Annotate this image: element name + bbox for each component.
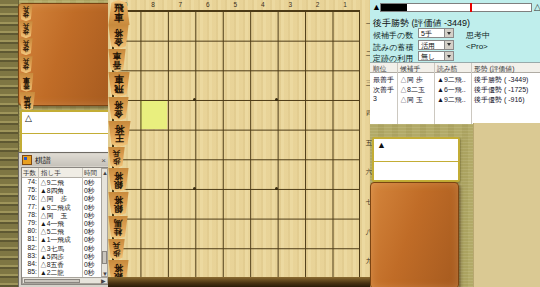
kifu-move-row[interactable]: 79:▲4一飛0秒: [22, 219, 101, 227]
kifu-column-header: 指し手: [41, 169, 61, 178]
piece-gote-歩兵[interactable]: 歩兵: [108, 239, 125, 260]
candidate-column-header: 読み筋: [437, 64, 458, 74]
star-point: [275, 98, 278, 101]
file-label: 5: [222, 1, 249, 8]
candidate-column-header: 形勢 (評価値): [474, 64, 514, 74]
chevron-down-icon[interactable]: [444, 52, 453, 60]
scroll-up-icon[interactable]: ▲: [102, 170, 107, 176]
sente-name-empty: [374, 162, 458, 183]
piece-gote-飛車[interactable]: 飛車: [108, 72, 130, 97]
kifu-move-row[interactable]: 75:▲8四角0秒: [22, 186, 101, 194]
shogi-board-grid[interactable]: [112, 10, 360, 278]
kifu-move-row[interactable]: 84:△8五香0秒: [22, 260, 101, 268]
kifu-move-row[interactable]: 83:▲5四歩0秒: [22, 252, 101, 260]
kifu-window-title: 棋譜: [35, 155, 51, 166]
candidate-row[interactable]: 次善手△8二玉▲6一飛..後手優勢 ( -1725): [370, 84, 540, 94]
piece-gote-香車[interactable]: 香車: [19, 73, 34, 92]
setting-row: 候補手の数5手思考中: [373, 28, 538, 39]
setting-dropdown[interactable]: 活用: [418, 40, 454, 50]
star-point: [193, 187, 196, 190]
piece-gote-歩兵[interactable]: 歩兵: [19, 4, 33, 21]
chevron-down-icon[interactable]: [444, 41, 453, 49]
star-point: [275, 187, 278, 190]
kifu-move-row[interactable]: 76:△同 歩0秒: [22, 194, 101, 202]
kifu-titlebar[interactable]: 棋譜 ×: [20, 154, 109, 166]
kifu-window: 棋譜 × 手数指し手時間 74:△9二飛0秒75:▲8四角0秒76:△同 歩0秒…: [18, 152, 113, 287]
kifu-list-header: 手数指し手時間: [22, 168, 108, 178]
hscroll-thumb[interactable]: [24, 279, 80, 283]
kifu-move-list[interactable]: 手数指し手時間 74:△9二飛0秒75:▲8四角0秒76:△同 歩0秒77:▲9…: [21, 167, 109, 285]
setting-dropdown[interactable]: 無し: [418, 51, 454, 61]
eval-gauge-marker: [470, 3, 472, 12]
candidate-row[interactable]: 最善手△同 歩▲9二飛..後手勝勢 ( -3449): [370, 74, 540, 84]
file-label: 6: [194, 1, 221, 8]
candidate-move: △同 玉: [400, 95, 423, 105]
piece-gote-金将[interactable]: 金将: [108, 97, 129, 121]
file-label: 3: [277, 1, 304, 8]
kifu-column-header: 時間: [84, 169, 97, 178]
piece-gote-桂馬[interactable]: 桂馬: [19, 92, 35, 111]
gote-mark-icon: △: [534, 2, 540, 12]
chevron-down-icon[interactable]: [444, 29, 453, 37]
file-label: 1: [332, 1, 359, 8]
candidate-column-header: 順位: [373, 64, 387, 74]
gote-komadai[interactable]: 歩兵歩兵歩兵歩兵香車桂馬: [18, 3, 115, 106]
piece-gote-銀将[interactable]: 銀将: [108, 192, 129, 216]
setting-status-text: <Pro>: [466, 42, 488, 51]
vscroll-thumb[interactable]: [102, 251, 107, 264]
piece-gote-歩兵[interactable]: 歩兵: [108, 147, 125, 168]
kifu-column-header: 手数: [23, 169, 36, 178]
gote-mark: △: [22, 112, 113, 134]
kifu-hscrollbar[interactable]: ▶: [22, 277, 108, 284]
candidate-rank: 3: [373, 95, 377, 102]
sente-komadai[interactable]: [370, 182, 459, 287]
close-icon[interactable]: ×: [101, 156, 106, 165]
sente-nameplate: ▲: [372, 137, 460, 182]
candidate-eval: 後手優勢 ( -916): [474, 95, 525, 105]
scroll-right-icon[interactable]: ▶: [101, 278, 106, 284]
file-label: 8: [139, 1, 166, 8]
candidate-pv: ▲9二飛..: [437, 95, 466, 105]
gote-name-empty: [22, 134, 113, 154]
setting-row: 読みの蓄積活用<Pro>: [373, 40, 538, 51]
kifu-move-row[interactable]: 85:▲2二龍0秒: [22, 268, 101, 276]
setting-row: 定跡の利用無し: [373, 51, 538, 62]
gote-nameplate: △: [20, 110, 115, 154]
piece-gote-金将[interactable]: 金将: [108, 25, 129, 49]
kifu-move-row[interactable]: 77:▲9二飛成0秒: [22, 203, 101, 211]
shogi-board-panel: 987654321 一二三四五六七八九 飛車金将香車飛車金将王将歩兵銀将銀将桂馬…: [108, 0, 370, 287]
piece-gote-香車[interactable]: 香車: [108, 49, 126, 72]
piece-gote-王将[interactable]: 王将: [108, 121, 131, 147]
kifu-move-row[interactable]: 82:△3七馬0秒: [22, 244, 101, 252]
candidate-moves-table: 順位候補手読み筋形勢 (評価値) 最善手△同 歩▲9二飛..後手勝勢 ( -34…: [370, 62, 540, 124]
piece-gote-歩兵[interactable]: 歩兵: [19, 21, 33, 38]
piece-gote-歩兵[interactable]: 歩兵: [19, 38, 33, 55]
file-label: 4: [249, 1, 276, 8]
sente-mark: ▲: [374, 139, 458, 162]
eval-gauge: [380, 3, 532, 12]
file-label: 7: [167, 1, 194, 8]
kifu-move-row[interactable]: 74:△9二飛0秒: [22, 178, 101, 186]
candidate-column-header: 候補手: [400, 64, 420, 74]
board-front-edge: [108, 277, 370, 287]
file-label: 2: [304, 1, 331, 8]
piece-gote-桂馬[interactable]: 桂馬: [108, 216, 128, 239]
piece-gote-銀将[interactable]: 銀将: [108, 168, 129, 192]
kifu-move-row[interactable]: 78:△同 玉0秒: [22, 211, 101, 219]
kifu-window-icon: [22, 155, 32, 165]
piece-gote-歩兵[interactable]: 歩兵: [19, 56, 33, 73]
kifu-vscrollbar[interactable]: ▲ ▼: [101, 168, 108, 277]
setting-dropdown[interactable]: 5手: [418, 28, 454, 38]
kifu-move-row[interactable]: 81:▲1一飛成0秒: [22, 235, 101, 243]
analysis-panel: ▲ △ 後手勝勢 (評価値 -3449) 候補手の数5手思考中読みの蓄積活用<P…: [370, 0, 540, 123]
star-point: [193, 98, 196, 101]
eval-gauge-fill: [381, 4, 407, 11]
candidate-row[interactable]: 3△同 玉▲9二飛..後手優勢 ( -916): [370, 94, 540, 104]
kifu-move-row[interactable]: 80:△5二飛0秒: [22, 227, 101, 235]
background-mat-panel: [473, 123, 540, 287]
app-root: 歩兵歩兵歩兵歩兵香車桂馬 △ 棋譜 × 手数指し手時間 74:△9二飛0秒75:…: [0, 0, 540, 287]
candidate-table-header: 順位候補手読み筋形勢 (評価値): [370, 63, 540, 73]
piece-sente-飛車[interactable]: 飛車: [108, 0, 130, 25]
tatami-edge-strip: [0, 0, 19, 287]
